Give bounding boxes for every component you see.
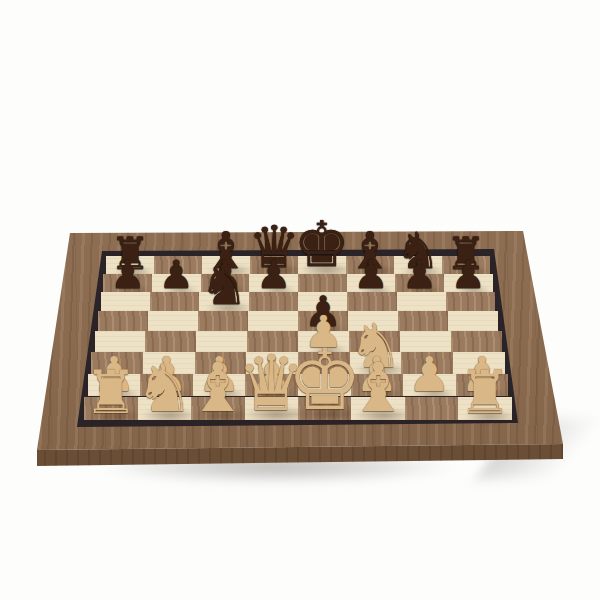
square-d6[interactable]: [249, 292, 298, 311]
black-king-e8[interactable]: ♚: [294, 213, 350, 276]
white-pawn-g2[interactable]: ♟: [408, 350, 451, 398]
square-b6[interactable]: [150, 292, 199, 311]
square-a7[interactable]: ♟: [103, 274, 152, 292]
square-e8[interactable]: ♚: [298, 256, 346, 274]
rank-6: ♞: [101, 292, 496, 311]
square-h6[interactable]: [446, 292, 495, 311]
black-pawn-d7[interactable]: ♟: [256, 255, 291, 294]
square-a1[interactable]: ♜: [84, 397, 137, 421]
square-g7[interactable]: ♟: [395, 274, 444, 292]
rank-7: ♟♟♟♟♟♟♟: [103, 274, 492, 292]
square-g2[interactable]: ♟: [403, 374, 456, 397]
black-pawn-f7[interactable]: ♟: [353, 255, 388, 294]
square-b5[interactable]: [148, 311, 198, 331]
square-f6[interactable]: [347, 292, 396, 311]
square-g6[interactable]: [397, 292, 446, 311]
rank-5: ♟: [98, 311, 499, 331]
black-pawn-a7[interactable]: ♟: [110, 255, 145, 294]
square-c5[interactable]: [198, 311, 248, 331]
white-knight-b1[interactable]: ♞: [135, 356, 194, 422]
white-rook-h1[interactable]: ♜: [458, 362, 512, 422]
white-bishop-f1[interactable]: ♝: [348, 354, 409, 422]
square-a5[interactable]: [98, 311, 148, 331]
square-h7[interactable]: ♟: [444, 274, 493, 292]
square-b1[interactable]: ♞: [138, 397, 191, 421]
square-d7[interactable]: ♟: [249, 274, 298, 292]
chessboard-photo: ♜♝♛♚♝♞♜♟♟♟♟♟♟♟♞♟♟♞♟♟♟♟♟♟♟♜♞♝♛♚♝♜: [0, 0, 600, 600]
black-pawn-h7[interactable]: ♟: [451, 255, 486, 294]
square-e1[interactable]: ♚: [298, 397, 351, 421]
square-h1[interactable]: ♜: [458, 397, 511, 421]
rank-1: ♜♞♝♛♚♝♜: [84, 397, 511, 421]
square-g1[interactable]: [405, 397, 458, 421]
square-d5[interactable]: [248, 311, 298, 331]
chess-board: ♜♝♛♚♝♞♜♟♟♟♟♟♟♟♞♟♟♞♟♟♟♟♟♟♟♜♞♝♛♚♝♜: [0, 0, 600, 600]
white-rook-a1[interactable]: ♜: [84, 362, 138, 422]
square-c6[interactable]: ♞: [199, 292, 248, 311]
square-h5[interactable]: [448, 311, 498, 331]
black-knight-c6[interactable]: ♞: [200, 259, 248, 313]
square-f1[interactable]: ♝: [351, 397, 404, 421]
black-pawn-g7[interactable]: ♟: [402, 255, 437, 294]
black-pawn-b7[interactable]: ♟: [159, 255, 194, 294]
square-f7[interactable]: ♟: [347, 274, 396, 292]
square-a6[interactable]: [101, 292, 150, 311]
square-g5[interactable]: [398, 311, 448, 331]
square-b7[interactable]: ♟: [152, 274, 201, 292]
